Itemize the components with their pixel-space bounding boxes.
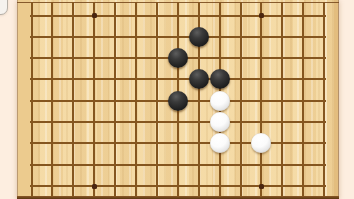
black-stone (168, 48, 188, 68)
grid-line-horizontal (30, 78, 326, 80)
black-stone (210, 69, 230, 89)
grid-line-horizontal (30, 36, 326, 38)
white-stone (251, 133, 271, 153)
grid-line-horizontal (30, 164, 326, 166)
grid-line-horizontal (30, 121, 326, 123)
go-board[interactable] (17, 0, 339, 199)
panel-corner (0, 0, 8, 15)
grid-line-horizontal (30, 15, 326, 17)
black-stone (168, 91, 188, 111)
black-stone (189, 27, 209, 47)
white-stone (210, 91, 230, 111)
star-point (259, 184, 264, 189)
board-left-bevel (17, 0, 30, 199)
black-stone (189, 69, 209, 89)
star-point (92, 184, 97, 189)
white-stone (210, 133, 230, 153)
grid-line-horizontal (30, 185, 326, 187)
star-point (92, 13, 97, 18)
white-stone (210, 112, 230, 132)
board-right-bevel (334, 0, 339, 199)
star-point (259, 13, 264, 18)
app-screen (0, 0, 354, 199)
grid-line-horizontal (30, 142, 326, 144)
